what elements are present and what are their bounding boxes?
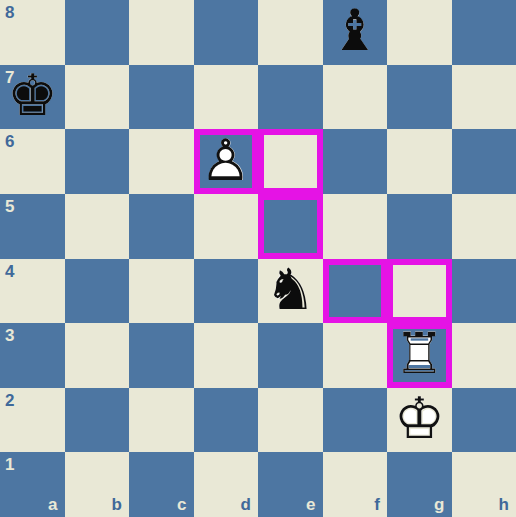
file-label-d: d [241, 496, 251, 513]
square-c1[interactable]: c [129, 452, 194, 517]
white-pawn-piece[interactable]: ♟♙ [194, 129, 259, 194]
square-b2[interactable] [65, 388, 130, 453]
square-c3[interactable] [129, 323, 194, 388]
rank-label-5: 5 [5, 198, 14, 215]
square-d7[interactable] [194, 65, 259, 130]
file-label-e: e [306, 496, 315, 513]
square-a1[interactable]: 1a [0, 452, 65, 517]
square-f1[interactable]: f [323, 452, 388, 517]
square-f3[interactable] [323, 323, 388, 388]
white-king-piece[interactable]: ♚♔ [387, 388, 452, 453]
square-h5[interactable] [452, 194, 516, 259]
square-f8[interactable]: ♗♝ [323, 0, 388, 65]
square-h1[interactable]: h [452, 452, 516, 517]
square-h2[interactable] [452, 388, 516, 453]
square-b6[interactable] [65, 129, 130, 194]
square-b3[interactable] [65, 323, 130, 388]
square-g1[interactable]: g [387, 452, 452, 517]
square-h4[interactable] [452, 259, 516, 324]
square-b8[interactable] [65, 0, 130, 65]
black-bishop-piece[interactable]: ♗♝ [323, 0, 388, 65]
square-d3[interactable] [194, 323, 259, 388]
chess-board-container: 8♗♝7♔♚6♟♙54♘♞3♜♖2♚♔1abcdefgh [0, 0, 516, 517]
square-d2[interactable] [194, 388, 259, 453]
square-e5[interactable] [258, 194, 323, 259]
square-d8[interactable] [194, 0, 259, 65]
square-f7[interactable] [323, 65, 388, 130]
square-g3[interactable]: ♜♖ [387, 323, 452, 388]
square-e6[interactable] [258, 129, 323, 194]
square-b1[interactable]: b [65, 452, 130, 517]
square-f4[interactable] [323, 259, 388, 324]
square-b4[interactable] [65, 259, 130, 324]
square-c5[interactable] [129, 194, 194, 259]
square-f5[interactable] [323, 194, 388, 259]
square-g6[interactable] [387, 129, 452, 194]
square-c2[interactable] [129, 388, 194, 453]
black-knight-piece[interactable]: ♘♞ [258, 259, 323, 324]
file-label-b: b [112, 496, 122, 513]
square-e3[interactable] [258, 323, 323, 388]
square-b7[interactable] [65, 65, 130, 130]
square-a4[interactable]: 4 [0, 259, 65, 324]
file-label-f: f [374, 496, 380, 513]
file-label-a: a [48, 496, 57, 513]
square-d1[interactable]: d [194, 452, 259, 517]
square-e7[interactable] [258, 65, 323, 130]
square-c7[interactable] [129, 65, 194, 130]
square-a7[interactable]: 7♔♚ [0, 65, 65, 130]
square-c6[interactable] [129, 129, 194, 194]
square-b5[interactable] [65, 194, 130, 259]
square-h8[interactable] [452, 0, 516, 65]
square-c8[interactable] [129, 0, 194, 65]
file-label-g: g [434, 496, 444, 513]
chess-board: 8♗♝7♔♚6♟♙54♘♞3♜♖2♚♔1abcdefgh [0, 0, 516, 517]
square-a3[interactable]: 3 [0, 323, 65, 388]
file-label-c: c [177, 496, 186, 513]
white-rook-piece[interactable]: ♜♖ [387, 323, 452, 388]
square-d6[interactable]: ♟♙ [194, 129, 259, 194]
square-a6[interactable]: 6 [0, 129, 65, 194]
rank-label-2: 2 [5, 392, 14, 409]
rank-label-4: 4 [5, 263, 14, 280]
rank-label-8: 8 [5, 4, 14, 21]
square-e1[interactable]: e [258, 452, 323, 517]
square-h7[interactable] [452, 65, 516, 130]
square-f2[interactable] [323, 388, 388, 453]
rank-label-3: 3 [5, 327, 14, 344]
square-d5[interactable] [194, 194, 259, 259]
square-e4[interactable]: ♘♞ [258, 259, 323, 324]
square-g8[interactable] [387, 0, 452, 65]
square-g2[interactable]: ♚♔ [387, 388, 452, 453]
black-king-piece[interactable]: ♔♚ [0, 65, 65, 130]
square-e2[interactable] [258, 388, 323, 453]
square-h3[interactable] [452, 323, 516, 388]
square-d4[interactable] [194, 259, 259, 324]
rank-label-6: 6 [5, 133, 14, 150]
rank-label-1: 1 [5, 456, 14, 473]
square-f6[interactable] [323, 129, 388, 194]
square-a2[interactable]: 2 [0, 388, 65, 453]
square-a5[interactable]: 5 [0, 194, 65, 259]
square-h6[interactable] [452, 129, 516, 194]
square-a8[interactable]: 8 [0, 0, 65, 65]
square-c4[interactable] [129, 259, 194, 324]
square-g4[interactable] [387, 259, 452, 324]
square-g5[interactable] [387, 194, 452, 259]
file-label-h: h [499, 496, 509, 513]
square-g7[interactable] [387, 65, 452, 130]
square-e8[interactable] [258, 0, 323, 65]
